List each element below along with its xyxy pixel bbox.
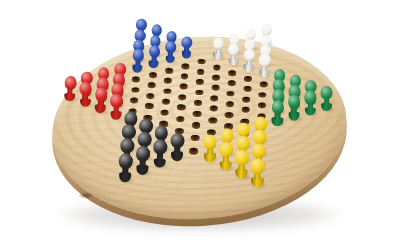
hole-empty[interactable]	[228, 80, 236, 86]
peg-black[interactable]	[170, 133, 185, 162]
peg-white[interactable]	[227, 43, 239, 66]
peg-yellow[interactable]	[202, 134, 217, 163]
peg-head	[252, 143, 266, 159]
hole-empty[interactable]	[179, 84, 187, 90]
hole-empty[interactable]	[210, 95, 218, 101]
peg-green[interactable]	[320, 86, 333, 111]
peg-head	[138, 132, 152, 148]
peg-red[interactable]	[94, 87, 108, 113]
peg-head	[64, 76, 77, 90]
peg-head	[251, 158, 266, 174]
peg-head	[95, 87, 108, 101]
peg-head	[110, 94, 123, 108]
hole-empty[interactable]	[193, 111, 202, 117]
hole-empty[interactable]	[198, 59, 206, 65]
hole-empty[interactable]	[241, 107, 250, 113]
hole-empty[interactable]	[243, 86, 251, 92]
hole-empty[interactable]	[197, 69, 205, 75]
hole-empty[interactable]	[160, 109, 169, 115]
peg-head	[149, 45, 160, 58]
hole-empty[interactable]	[130, 97, 138, 103]
hole-empty[interactable]	[225, 112, 234, 118]
hole-empty[interactable]	[258, 102, 266, 108]
peg-head	[79, 82, 92, 96]
peg-green[interactable]	[287, 95, 301, 121]
peg-head	[259, 54, 271, 67]
chinese-checkers-photo	[0, 0, 400, 240]
peg-head	[170, 133, 184, 149]
peg-green[interactable]	[304, 90, 318, 116]
hole-empty[interactable]	[189, 148, 198, 155]
peg-red[interactable]	[109, 94, 123, 120]
peg-head	[219, 142, 233, 158]
hole-empty[interactable]	[176, 116, 185, 123]
peg-blue[interactable]	[164, 40, 176, 63]
hole-empty[interactable]	[145, 103, 154, 109]
peg-head	[213, 37, 224, 49]
hole-empty[interactable]	[146, 93, 154, 99]
peg-red[interactable]	[63, 76, 76, 101]
hole-empty[interactable]	[196, 79, 204, 85]
hole-empty[interactable]	[163, 88, 171, 94]
hole-empty[interactable]	[194, 100, 202, 106]
peg-holes-layer	[0, 0, 400, 240]
peg-head	[118, 153, 133, 169]
hole-empty[interactable]	[242, 96, 250, 102]
hole-empty[interactable]	[148, 82, 156, 88]
hole-empty[interactable]	[182, 63, 190, 69]
hole-empty[interactable]	[195, 89, 203, 95]
hole-empty[interactable]	[226, 101, 234, 107]
hole-empty[interactable]	[259, 82, 267, 88]
peg-head	[288, 95, 301, 109]
peg-white[interactable]	[243, 48, 255, 71]
hole-empty[interactable]	[164, 78, 172, 84]
peg-head	[243, 48, 254, 61]
peg-black[interactable]	[117, 153, 133, 183]
peg-head	[304, 90, 317, 104]
hole-empty[interactable]	[149, 72, 157, 78]
hole-empty[interactable]	[131, 87, 139, 93]
hole-empty[interactable]	[190, 135, 199, 142]
peg-white[interactable]	[212, 37, 224, 60]
hole-empty[interactable]	[132, 77, 140, 83]
peg-head	[203, 134, 217, 150]
peg-blue[interactable]	[148, 45, 160, 68]
peg-head	[181, 36, 192, 48]
peg-black[interactable]	[135, 146, 151, 175]
peg-head	[236, 135, 250, 151]
hole-empty[interactable]	[165, 68, 173, 74]
peg-head	[235, 150, 249, 166]
hole-empty[interactable]	[180, 74, 188, 80]
hole-empty[interactable]	[178, 94, 186, 100]
peg-head	[136, 146, 150, 162]
peg-head	[132, 49, 144, 62]
hole-empty[interactable]	[209, 106, 218, 112]
hole-empty[interactable]	[192, 122, 201, 129]
peg-head	[120, 138, 134, 154]
peg-white[interactable]	[258, 54, 271, 78]
peg-yellow[interactable]	[218, 142, 233, 171]
peg-head	[153, 139, 167, 155]
peg-head	[271, 100, 284, 114]
peg-head	[228, 43, 239, 56]
hole-empty[interactable]	[211, 85, 219, 91]
hole-empty[interactable]	[259, 92, 267, 98]
peg-blue[interactable]	[131, 49, 144, 73]
peg-head	[321, 86, 334, 100]
hole-empty[interactable]	[208, 117, 217, 124]
peg-yellow[interactable]	[234, 150, 250, 179]
hole-empty[interactable]	[244, 76, 252, 82]
peg-head	[165, 40, 176, 53]
peg-black[interactable]	[152, 139, 167, 168]
hole-empty[interactable]	[227, 91, 235, 97]
hole-empty[interactable]	[177, 105, 186, 111]
peg-yellow[interactable]	[250, 158, 266, 188]
peg-blue[interactable]	[181, 36, 193, 59]
hole-empty[interactable]	[213, 65, 221, 71]
hole-empty[interactable]	[162, 99, 170, 105]
hole-empty[interactable]	[228, 70, 236, 76]
peg-red[interactable]	[79, 82, 93, 108]
hole-empty[interactable]	[212, 75, 220, 81]
peg-green[interactable]	[271, 100, 285, 126]
